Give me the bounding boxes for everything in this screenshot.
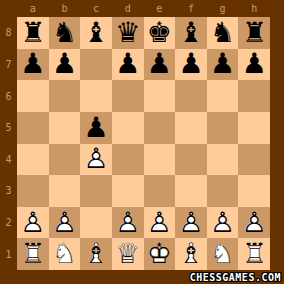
- piece-outline-layer: ♖: [238, 238, 270, 270]
- white-pawn-icon: ♟♙: [207, 207, 239, 239]
- piece-outline-layer: ♖: [17, 238, 49, 270]
- piece-fill-layer: ♟: [238, 49, 270, 81]
- square-f8[interactable]: ♝: [175, 17, 207, 49]
- square-f7[interactable]: ♟: [175, 49, 207, 81]
- white-pawn-icon: ♟♙: [17, 207, 49, 239]
- square-g2[interactable]: ♟♙: [207, 207, 239, 239]
- white-bishop-icon: ♝♗: [175, 238, 207, 270]
- file-label-c: c: [80, 0, 112, 17]
- square-c4[interactable]: ♟♙: [80, 144, 112, 176]
- square-g5[interactable]: [207, 112, 239, 144]
- square-a5[interactable]: [17, 112, 49, 144]
- file-label-f: f: [175, 0, 207, 17]
- piece-outline-layer: ♙: [80, 144, 112, 176]
- square-a7[interactable]: ♟: [17, 49, 49, 81]
- square-e8[interactable]: ♚: [144, 17, 176, 49]
- piece-fill-layer: ♛: [112, 17, 144, 49]
- rank-label-3: 3: [0, 175, 17, 207]
- black-rook-icon: ♜: [238, 17, 270, 49]
- piece-outline-layer: ♙: [49, 207, 81, 239]
- white-king-icon: ♚♔: [144, 238, 176, 270]
- square-e1[interactable]: ♚♔: [144, 238, 176, 270]
- square-d3[interactable]: [112, 175, 144, 207]
- black-knight-icon: ♞: [49, 17, 81, 49]
- square-b6[interactable]: [49, 80, 81, 112]
- square-f1[interactable]: ♝♗: [175, 238, 207, 270]
- white-pawn-icon: ♟♙: [80, 144, 112, 176]
- black-pawn-icon: ♟: [17, 49, 49, 81]
- square-e3[interactable]: [144, 175, 176, 207]
- square-f6[interactable]: [175, 80, 207, 112]
- square-d5[interactable]: [112, 112, 144, 144]
- square-d1[interactable]: ♛♕: [112, 238, 144, 270]
- piece-outline-layer: ♙: [144, 207, 176, 239]
- piece-outline-layer: ♙: [207, 207, 239, 239]
- square-d2[interactable]: ♟♙: [112, 207, 144, 239]
- piece-fill-layer: ♟: [17, 49, 49, 81]
- piece-fill-layer: ♟: [144, 49, 176, 81]
- black-pawn-icon: ♟: [80, 112, 112, 144]
- piece-outline-layer: ♙: [238, 207, 270, 239]
- rank-label-6: 6: [0, 80, 17, 112]
- square-c8[interactable]: ♝: [80, 17, 112, 49]
- piece-fill-layer: ♟: [49, 49, 81, 81]
- square-g6[interactable]: [207, 80, 239, 112]
- square-b3[interactable]: [49, 175, 81, 207]
- black-pawn-icon: ♟: [49, 49, 81, 81]
- white-rook-icon: ♜♖: [17, 238, 49, 270]
- square-c3[interactable]: [80, 175, 112, 207]
- square-h2[interactable]: ♟♙: [238, 207, 270, 239]
- black-pawn-icon: ♟: [144, 49, 176, 81]
- black-knight-icon: ♞: [207, 17, 239, 49]
- piece-fill-layer: ♟: [207, 49, 239, 81]
- square-b7[interactable]: ♟: [49, 49, 81, 81]
- white-knight-icon: ♞♘: [49, 238, 81, 270]
- file-label-b: b: [49, 0, 81, 17]
- piece-outline-layer: ♗: [80, 238, 112, 270]
- square-a6[interactable]: [17, 80, 49, 112]
- square-b5[interactable]: [49, 112, 81, 144]
- rank-label-2: 2: [0, 207, 17, 239]
- square-b1[interactable]: ♞♘: [49, 238, 81, 270]
- square-f3[interactable]: [175, 175, 207, 207]
- piece-outline-layer: ♙: [175, 207, 207, 239]
- piece-fill-layer: ♟: [80, 112, 112, 144]
- white-bishop-icon: ♝♗: [80, 238, 112, 270]
- white-rook-icon: ♜♖: [238, 238, 270, 270]
- square-h4[interactable]: [238, 144, 270, 176]
- white-queen-icon: ♛♕: [112, 238, 144, 270]
- square-e2[interactable]: ♟♙: [144, 207, 176, 239]
- square-b8[interactable]: ♞: [49, 17, 81, 49]
- black-rook-icon: ♜: [17, 17, 49, 49]
- piece-fill-layer: ♟: [112, 49, 144, 81]
- square-c1[interactable]: ♝♗: [80, 238, 112, 270]
- rank-label-4: 4: [0, 144, 17, 176]
- square-e6[interactable]: [144, 80, 176, 112]
- piece-outline-layer: ♗: [175, 238, 207, 270]
- square-d7[interactable]: ♟: [112, 49, 144, 81]
- rank-label-8: 8: [0, 17, 17, 49]
- piece-outline-layer: ♙: [17, 207, 49, 239]
- piece-outline-layer: ♔: [144, 238, 176, 270]
- board-frame: abcdefgh 87654321 ♜♞♝♛♚♝♞♜♟♟♟♟♟♟♟♟♟♙♟♙♟♙…: [0, 0, 284, 284]
- square-h1[interactable]: ♜♖: [238, 238, 270, 270]
- square-d8[interactable]: ♛: [112, 17, 144, 49]
- piece-outline-layer: ♘: [207, 238, 239, 270]
- square-d4[interactable]: [112, 144, 144, 176]
- black-bishop-icon: ♝: [175, 17, 207, 49]
- white-pawn-icon: ♟♙: [175, 207, 207, 239]
- square-c5[interactable]: ♟: [80, 112, 112, 144]
- white-pawn-icon: ♟♙: [238, 207, 270, 239]
- square-f5[interactable]: [175, 112, 207, 144]
- white-pawn-icon: ♟♙: [144, 207, 176, 239]
- piece-fill-layer: ♜: [238, 17, 270, 49]
- rank-label-7: 7: [0, 49, 17, 81]
- black-pawn-icon: ♟: [207, 49, 239, 81]
- piece-fill-layer: ♜: [17, 17, 49, 49]
- site-watermark: CHESSGAMES.COM: [190, 272, 281, 283]
- square-b4[interactable]: [49, 144, 81, 176]
- square-e5[interactable]: [144, 112, 176, 144]
- square-e4[interactable]: [144, 144, 176, 176]
- square-g7[interactable]: ♟: [207, 49, 239, 81]
- square-a1[interactable]: ♜♖: [17, 238, 49, 270]
- white-knight-icon: ♞♘: [207, 238, 239, 270]
- square-h8[interactable]: ♜: [238, 17, 270, 49]
- black-bishop-icon: ♝: [80, 17, 112, 49]
- square-h6[interactable]: [238, 80, 270, 112]
- black-king-icon: ♚: [144, 17, 176, 49]
- square-a2[interactable]: ♟♙: [17, 207, 49, 239]
- square-g3[interactable]: [207, 175, 239, 207]
- piece-fill-layer: ♝: [175, 17, 207, 49]
- square-g8[interactable]: ♞: [207, 17, 239, 49]
- square-c2[interactable]: [80, 207, 112, 239]
- square-h7[interactable]: ♟: [238, 49, 270, 81]
- piece-outline-layer: ♕: [112, 238, 144, 270]
- rank-labels: 87654321: [0, 17, 17, 270]
- white-pawn-icon: ♟♙: [112, 207, 144, 239]
- square-c7[interactable]: [80, 49, 112, 81]
- piece-fill-layer: ♝: [80, 17, 112, 49]
- square-g4[interactable]: [207, 144, 239, 176]
- rank-label-5: 5: [0, 112, 17, 144]
- piece-fill-layer: ♚: [144, 17, 176, 49]
- white-pawn-icon: ♟♙: [49, 207, 81, 239]
- black-pawn-icon: ♟: [238, 49, 270, 81]
- rank-label-1: 1: [0, 238, 17, 270]
- piece-fill-layer: ♞: [207, 17, 239, 49]
- square-c6[interactable]: [80, 80, 112, 112]
- piece-outline-layer: ♙: [112, 207, 144, 239]
- black-pawn-icon: ♟: [175, 49, 207, 81]
- square-f4[interactable]: [175, 144, 207, 176]
- square-g1[interactable]: ♞♘: [207, 238, 239, 270]
- square-f2[interactable]: ♟♙: [175, 207, 207, 239]
- square-e7[interactable]: ♟: [144, 49, 176, 81]
- square-a3[interactable]: [17, 175, 49, 207]
- square-d6[interactable]: [112, 80, 144, 112]
- square-h3[interactable]: [238, 175, 270, 207]
- square-a4[interactable]: [17, 144, 49, 176]
- square-h5[interactable]: [238, 112, 270, 144]
- piece-fill-layer: ♞: [49, 17, 81, 49]
- file-label-e: e: [144, 0, 176, 17]
- chess-board: ♜♞♝♛♚♝♞♜♟♟♟♟♟♟♟♟♟♙♟♙♟♙♟♙♟♙♟♙♟♙♟♙♜♖♞♘♝♗♛♕…: [17, 17, 270, 270]
- piece-fill-layer: ♟: [175, 49, 207, 81]
- file-label-h: h: [238, 0, 270, 17]
- file-labels: abcdefgh: [17, 0, 270, 17]
- file-label-d: d: [112, 0, 144, 17]
- piece-outline-layer: ♘: [49, 238, 81, 270]
- black-queen-icon: ♛: [112, 17, 144, 49]
- file-label-a: a: [17, 0, 49, 17]
- black-pawn-icon: ♟: [112, 49, 144, 81]
- file-label-g: g: [207, 0, 239, 17]
- square-b2[interactable]: ♟♙: [49, 207, 81, 239]
- square-a8[interactable]: ♜: [17, 17, 49, 49]
